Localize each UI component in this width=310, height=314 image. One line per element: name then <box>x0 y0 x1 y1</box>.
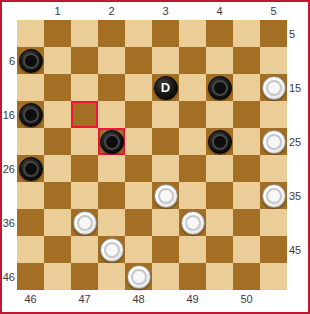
coord-label-right-15: 15 <box>289 74 309 101</box>
square-20[interactable] <box>233 101 260 128</box>
light-square <box>260 47 287 74</box>
coord-label-top-5: 5 <box>260 3 287 19</box>
coord-label-left-36: 36 <box>2 209 15 236</box>
light-square <box>125 128 152 155</box>
light-square <box>17 20 44 47</box>
square-30[interactable] <box>233 155 260 182</box>
light-square <box>125 74 152 101</box>
white-piece-ring <box>104 242 120 258</box>
light-square <box>179 128 206 155</box>
square-9[interactable] <box>179 47 206 74</box>
king-mark: D <box>161 81 170 94</box>
white-piece-ring <box>77 215 93 231</box>
light-square <box>260 155 287 182</box>
light-square <box>125 182 152 209</box>
light-square <box>44 101 71 128</box>
square-45[interactable] <box>260 236 287 263</box>
square-22[interactable] <box>98 128 125 155</box>
coord-label-top-2: 2 <box>98 3 125 19</box>
light-square <box>179 236 206 263</box>
black-king-square-13[interactable]: D <box>154 76 178 100</box>
light-square <box>17 236 44 263</box>
square-42[interactable] <box>98 236 125 263</box>
black-piece-ring <box>212 80 228 96</box>
square-28[interactable] <box>125 155 152 182</box>
light-square <box>233 128 260 155</box>
white-piece-ring <box>266 134 282 150</box>
white-piece-ring <box>185 215 201 231</box>
square-15[interactable] <box>260 74 287 101</box>
coord-label-top-1: 1 <box>44 3 71 19</box>
light-square <box>233 182 260 209</box>
square-11[interactable] <box>44 74 71 101</box>
white-piece-ring <box>158 188 174 204</box>
black-piece-ring <box>23 107 39 123</box>
light-square <box>152 155 179 182</box>
white-man-square-15[interactable] <box>262 76 286 100</box>
black-man-square-24[interactable] <box>208 130 232 154</box>
light-square <box>260 209 287 236</box>
light-square <box>44 155 71 182</box>
square-38[interactable] <box>125 209 152 236</box>
square-1[interactable] <box>44 20 71 47</box>
square-13[interactable]: D <box>152 74 179 101</box>
square-36[interactable] <box>17 209 44 236</box>
light-square <box>152 263 179 290</box>
square-41[interactable] <box>44 236 71 263</box>
coord-label-left-16: 16 <box>2 101 15 128</box>
black-piece-ring <box>23 53 39 69</box>
square-7[interactable] <box>71 47 98 74</box>
light-square <box>206 209 233 236</box>
coord-label-top-4: 4 <box>206 3 233 19</box>
light-square <box>233 236 260 263</box>
square-43[interactable] <box>152 236 179 263</box>
square-2[interactable] <box>98 20 125 47</box>
light-square <box>179 20 206 47</box>
light-square <box>98 155 125 182</box>
coord-label-right-5: 5 <box>289 20 309 47</box>
light-square <box>179 74 206 101</box>
light-square <box>152 47 179 74</box>
square-14[interactable] <box>206 74 233 101</box>
square-35[interactable] <box>260 182 287 209</box>
light-square <box>98 101 125 128</box>
square-6[interactable] <box>17 47 44 74</box>
square-3[interactable] <box>152 20 179 47</box>
coord-label-left-26: 26 <box>2 155 15 182</box>
white-man-square-25[interactable] <box>262 130 286 154</box>
draughts-diagram: D 123454647484950616263646515253545 <box>0 0 310 314</box>
light-square <box>206 263 233 290</box>
light-square <box>206 47 233 74</box>
square-50[interactable] <box>233 263 260 290</box>
coord-label-top-3: 3 <box>152 3 179 19</box>
light-square <box>179 182 206 209</box>
square-47[interactable] <box>71 263 98 290</box>
square-18[interactable] <box>125 101 152 128</box>
coord-label-right-45: 45 <box>289 236 309 263</box>
light-square <box>125 20 152 47</box>
black-piece-ring <box>23 161 39 177</box>
light-square <box>206 101 233 128</box>
square-24[interactable] <box>206 128 233 155</box>
light-square <box>71 128 98 155</box>
light-square <box>233 20 260 47</box>
coord-label-right-25: 25 <box>289 128 309 155</box>
square-5[interactable] <box>260 20 287 47</box>
white-man-square-42[interactable] <box>100 238 124 262</box>
square-19[interactable] <box>179 101 206 128</box>
white-piece-ring <box>131 269 147 285</box>
square-48[interactable] <box>125 263 152 290</box>
black-man-square-22[interactable] <box>100 130 124 154</box>
square-21[interactable] <box>44 128 71 155</box>
square-17[interactable] <box>71 101 98 128</box>
board: D <box>17 20 287 290</box>
light-square <box>71 236 98 263</box>
light-square <box>98 209 125 236</box>
light-square <box>233 74 260 101</box>
square-4[interactable] <box>206 20 233 47</box>
coord-label-right-35: 35 <box>289 182 309 209</box>
square-39[interactable] <box>179 209 206 236</box>
light-square <box>98 263 125 290</box>
black-piece-ring <box>104 134 120 150</box>
black-man-square-16[interactable] <box>19 103 43 127</box>
light-square <box>152 209 179 236</box>
light-square <box>44 47 71 74</box>
black-man-square-14[interactable] <box>208 76 232 100</box>
square-31[interactable] <box>44 182 71 209</box>
light-square <box>44 263 71 290</box>
square-37[interactable] <box>71 209 98 236</box>
square-44[interactable] <box>206 236 233 263</box>
black-piece-ring <box>212 134 228 150</box>
square-29[interactable] <box>179 155 206 182</box>
white-piece-ring <box>266 188 282 204</box>
square-49[interactable] <box>179 263 206 290</box>
square-23[interactable] <box>152 128 179 155</box>
square-16[interactable] <box>17 101 44 128</box>
coord-label-bottom-49: 49 <box>179 290 206 308</box>
light-square <box>17 128 44 155</box>
square-26[interactable] <box>17 155 44 182</box>
coord-label-bottom-47: 47 <box>71 290 98 308</box>
coord-label-left-46: 46 <box>2 263 15 290</box>
light-square <box>71 20 98 47</box>
square-33[interactable] <box>152 182 179 209</box>
square-32[interactable] <box>98 182 125 209</box>
light-square <box>260 263 287 290</box>
coord-label-left-6: 6 <box>2 47 15 74</box>
light-square <box>206 155 233 182</box>
white-man-square-39[interactable] <box>181 211 205 235</box>
square-34[interactable] <box>206 182 233 209</box>
light-square <box>152 101 179 128</box>
white-man-square-37[interactable] <box>73 211 97 235</box>
square-40[interactable] <box>233 209 260 236</box>
light-square <box>44 209 71 236</box>
black-man-square-26[interactable] <box>19 157 43 181</box>
light-square <box>71 182 98 209</box>
white-piece-ring <box>266 80 282 96</box>
black-man-square-6[interactable] <box>19 49 43 73</box>
white-man-square-48[interactable] <box>127 265 151 289</box>
light-square <box>125 236 152 263</box>
light-square <box>98 47 125 74</box>
light-square <box>71 74 98 101</box>
square-25[interactable] <box>260 128 287 155</box>
light-square <box>17 74 44 101</box>
square-12[interactable] <box>98 74 125 101</box>
coord-label-bottom-50: 50 <box>233 290 260 308</box>
square-8[interactable] <box>125 47 152 74</box>
white-man-square-35[interactable] <box>262 184 286 208</box>
light-square <box>17 182 44 209</box>
white-man-square-33[interactable] <box>154 184 178 208</box>
square-10[interactable] <box>233 47 260 74</box>
coord-label-bottom-48: 48 <box>125 290 152 308</box>
square-46[interactable] <box>17 263 44 290</box>
light-square <box>260 101 287 128</box>
coord-label-bottom-46: 46 <box>17 290 44 308</box>
square-27[interactable] <box>71 155 98 182</box>
